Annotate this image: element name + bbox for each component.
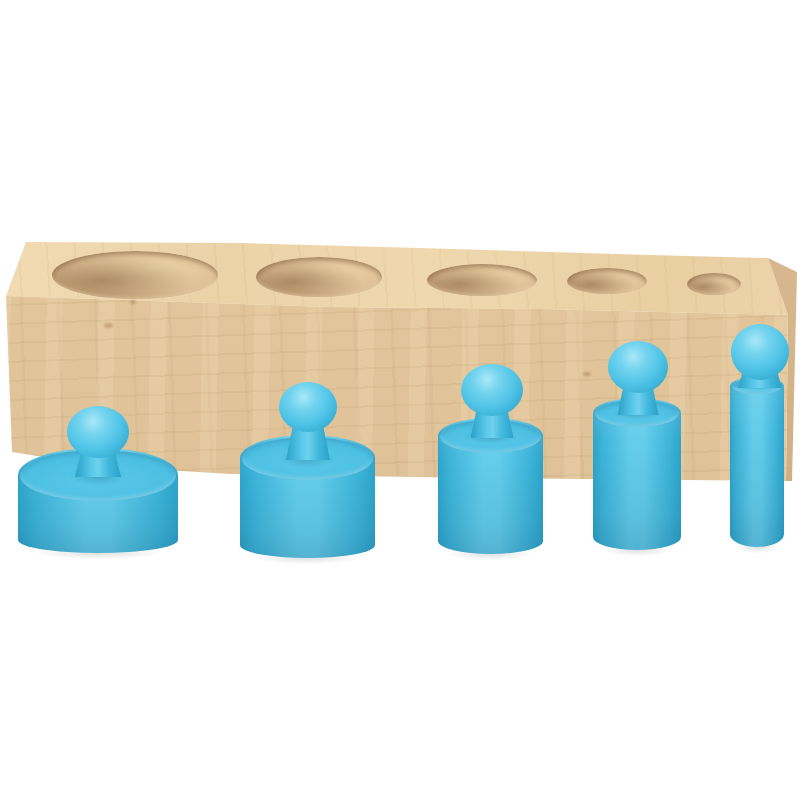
wood-block-front-face xyxy=(0,0,800,800)
cylinder-hole-4 xyxy=(567,268,647,294)
knobbed-cylinder-2-knob-ball xyxy=(279,382,337,432)
knobbed-cylinder-1-knob-ball xyxy=(67,406,129,458)
knobbed-cylinder-4-knob-ball xyxy=(608,341,668,393)
cylinder-hole-3 xyxy=(427,264,537,296)
wood-grain-speck-2 xyxy=(130,300,136,304)
knobbed-cylinder-5-knob-ball xyxy=(731,324,789,380)
cylinder-hole-1 xyxy=(52,251,218,299)
wood-grain-speck-3 xyxy=(583,372,591,376)
cylinder-hole-2 xyxy=(256,257,382,297)
cylinder-hole-5 xyxy=(687,273,741,295)
montessori-cylinder-block-photo xyxy=(0,0,800,800)
wood-grain-speck-1 xyxy=(104,323,113,328)
knobbed-cylinder-3-knob-ball xyxy=(461,364,523,416)
knobbed-cylinder-5-body xyxy=(730,377,784,547)
